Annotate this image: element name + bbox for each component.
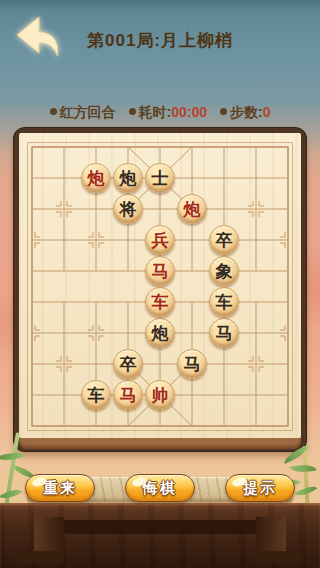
page-title: 第001局:月上柳梢 xyxy=(0,29,320,52)
piece-black-general[interactable]: 将 xyxy=(113,194,143,224)
bullet-icon xyxy=(220,108,227,115)
xiangqi-board: 炮炮士将炮兵卒马象车车炮马卒马车马帅 xyxy=(14,128,306,451)
piece-black-advisor[interactable]: 士 xyxy=(145,163,175,193)
time-value: 00:00 xyxy=(171,104,207,120)
piece-red-cannon[interactable]: 炮 xyxy=(81,163,111,193)
undo-button[interactable]: 悔棋 xyxy=(125,474,195,502)
piece-red-horse[interactable]: 马 xyxy=(113,380,143,410)
steps-value: 0 xyxy=(263,104,271,120)
piece-black-horse[interactable]: 马 xyxy=(209,318,239,348)
board-bevel: 炮炮士将炮兵卒马象车车炮马卒马车马帅 xyxy=(19,133,301,449)
hint-button[interactable]: 提示 xyxy=(225,474,295,502)
piece-black-cannon[interactable]: 炮 xyxy=(113,163,143,193)
table-foot-left xyxy=(16,551,60,563)
turn-indicator: 红方回合 xyxy=(50,104,116,122)
table xyxy=(0,503,320,568)
piece-red-cannon[interactable]: 炮 xyxy=(177,194,207,224)
piece-red-king[interactable]: 帅 xyxy=(145,380,175,410)
restart-button[interactable]: 重来 xyxy=(25,474,95,502)
piece-black-soldier[interactable]: 卒 xyxy=(113,349,143,379)
app-screen: 第001局:月上柳梢 红方回合 耗时:00:00 步数:0 炮炮士将炮兵卒马象车… xyxy=(0,0,320,568)
piece-red-chariot[interactable]: 车 xyxy=(145,287,175,317)
piece-red-horse[interactable]: 马 xyxy=(145,256,175,286)
piece-black-chariot[interactable]: 车 xyxy=(81,380,111,410)
piece-black-elephant[interactable]: 象 xyxy=(209,256,239,286)
piece-black-soldier[interactable]: 卒 xyxy=(209,225,239,255)
bullet-icon xyxy=(129,108,136,115)
table-apron xyxy=(62,520,258,534)
piece-black-horse[interactable]: 马 xyxy=(177,349,207,379)
piece-red-soldier[interactable]: 兵 xyxy=(145,225,175,255)
status-bar: 红方回合 耗时:00:00 步数:0 xyxy=(0,104,320,122)
piece-black-chariot[interactable]: 车 xyxy=(209,287,239,317)
elapsed-time: 耗时:00:00 xyxy=(129,104,207,122)
board-surface[interactable]: 炮炮士将炮兵卒马象车车炮马卒马车马帅 xyxy=(19,133,301,438)
bullet-icon xyxy=(50,108,57,115)
table-foot-right xyxy=(260,551,304,563)
piece-black-cannon[interactable]: 炮 xyxy=(145,318,175,348)
move-counter: 步数:0 xyxy=(220,104,270,122)
